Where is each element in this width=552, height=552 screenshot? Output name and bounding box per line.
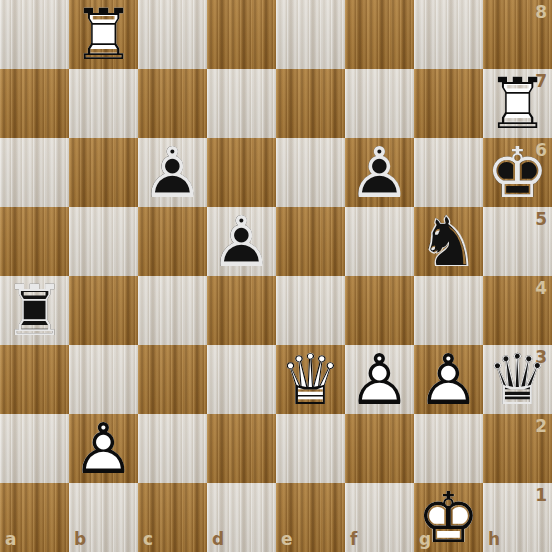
square-e2[interactable] [276,414,345,483]
rank-label: 8 [535,4,547,21]
piece-black-queen[interactable]: ♛♕ [483,345,552,414]
black-knight-outline-icon: ♘ [417,207,480,277]
square-e8[interactable] [276,0,345,69]
square-a4[interactable]: ♜♖ [0,276,69,345]
square-c7[interactable] [138,69,207,138]
rank-label: 4 [535,280,547,297]
piece-white-pawn[interactable]: ♟♙ [414,345,483,414]
square-h1[interactable]: 1h [483,483,552,552]
square-h7[interactable]: 7♜♖ [483,69,552,138]
black-queen-outline-icon: ♕ [486,345,549,415]
square-a1[interactable]: a [0,483,69,552]
square-g7[interactable] [414,69,483,138]
file-label: f [350,531,357,548]
piece-black-rook[interactable]: ♜♖ [0,276,69,345]
square-c6[interactable]: ♟♙ [138,138,207,207]
square-g6[interactable] [414,138,483,207]
square-h5[interactable]: 5 [483,207,552,276]
square-b7[interactable] [69,69,138,138]
black-pawn-icon: ♟ [210,207,273,277]
square-d2[interactable] [207,414,276,483]
square-d3[interactable] [207,345,276,414]
square-h2[interactable]: 2 [483,414,552,483]
piece-black-pawn[interactable]: ♟♙ [138,138,207,207]
black-pawn-outline-icon: ♙ [141,138,204,208]
piece-white-queen[interactable]: ♛♕ [276,345,345,414]
black-pawn-icon: ♟ [348,138,411,208]
square-f3[interactable]: ♟♙ [345,345,414,414]
square-g2[interactable] [414,414,483,483]
piece-white-king[interactable]: ♚♔ [414,483,483,552]
black-rook-outline-icon: ♖ [3,276,66,346]
black-pawn-icon: ♟ [141,138,204,208]
square-b4[interactable] [69,276,138,345]
square-g4[interactable] [414,276,483,345]
square-a2[interactable] [0,414,69,483]
square-e6[interactable] [276,138,345,207]
square-e3[interactable]: ♛♕ [276,345,345,414]
square-g5[interactable]: ♞♘ [414,207,483,276]
white-pawn-outline-icon: ♙ [348,345,411,415]
black-king-icon: ♚ [486,138,549,208]
square-d4[interactable] [207,276,276,345]
file-label: c [143,531,153,548]
square-g8[interactable] [414,0,483,69]
square-c2[interactable] [138,414,207,483]
piece-black-knight[interactable]: ♞♘ [414,207,483,276]
black-pawn-outline-icon: ♙ [210,207,273,277]
square-e5[interactable] [276,207,345,276]
black-rook-icon: ♜ [3,276,66,346]
square-c1[interactable]: c [138,483,207,552]
square-c3[interactable] [138,345,207,414]
piece-white-rook[interactable]: ♜♖ [483,69,552,138]
piece-black-pawn[interactable]: ♟♙ [207,207,276,276]
square-g1[interactable]: g♚♔ [414,483,483,552]
square-f6[interactable]: ♟♙ [345,138,414,207]
square-c8[interactable] [138,0,207,69]
square-b2[interactable]: ♟♙ [69,414,138,483]
piece-white-pawn[interactable]: ♟♙ [345,345,414,414]
square-e7[interactable] [276,69,345,138]
file-label: h [488,531,500,548]
white-king-outline-icon: ♔ [417,483,480,552]
piece-white-rook[interactable]: ♜♖ [69,0,138,69]
square-f5[interactable] [345,207,414,276]
square-a7[interactable] [0,69,69,138]
square-h8[interactable]: 8 [483,0,552,69]
square-b8[interactable]: ♜♖ [69,0,138,69]
black-queen-icon: ♛ [486,345,549,415]
white-pawn-icon: ♟ [417,345,480,415]
square-f1[interactable]: f [345,483,414,552]
square-a5[interactable] [0,207,69,276]
square-b6[interactable] [69,138,138,207]
square-f7[interactable] [345,69,414,138]
square-a8[interactable] [0,0,69,69]
square-c5[interactable] [138,207,207,276]
square-b3[interactable] [69,345,138,414]
square-d7[interactable] [207,69,276,138]
piece-white-pawn[interactable]: ♟♙ [69,414,138,483]
square-h6[interactable]: 6♚♔ [483,138,552,207]
rank-label: 2 [535,418,547,435]
piece-black-pawn[interactable]: ♟♙ [345,138,414,207]
square-e4[interactable] [276,276,345,345]
white-pawn-icon: ♟ [348,345,411,415]
square-h4[interactable]: 4 [483,276,552,345]
file-label: e [281,531,293,548]
square-b1[interactable]: b [69,483,138,552]
square-h3[interactable]: 3♛♕ [483,345,552,414]
square-c4[interactable] [138,276,207,345]
file-label: b [74,531,86,548]
black-knight-icon: ♞ [417,207,480,277]
square-a3[interactable] [0,345,69,414]
square-d5[interactable]: ♟♙ [207,207,276,276]
white-pawn-outline-icon: ♙ [417,345,480,415]
black-pawn-outline-icon: ♙ [348,138,411,208]
piece-black-king[interactable]: ♚♔ [483,138,552,207]
square-f2[interactable] [345,414,414,483]
square-g3[interactable]: ♟♙ [414,345,483,414]
square-d6[interactable] [207,138,276,207]
square-f4[interactable] [345,276,414,345]
square-d1[interactable]: d [207,483,276,552]
black-king-outline-icon: ♔ [486,138,549,208]
square-f8[interactable] [345,0,414,69]
square-b5[interactable] [69,207,138,276]
square-d8[interactable] [207,0,276,69]
white-rook-icon: ♜ [486,69,549,139]
white-rook-icon: ♜ [72,0,135,70]
file-label: a [5,531,16,548]
white-queen-icon: ♛ [279,345,342,415]
white-queen-outline-icon: ♕ [279,345,342,415]
white-rook-outline-icon: ♖ [72,0,135,70]
white-rook-outline-icon: ♖ [486,69,549,139]
white-pawn-icon: ♟ [72,414,135,484]
square-e1[interactable]: e [276,483,345,552]
chess-board: ♜♖87♜♖♟♙♟♙6♚♔♟♙♞♘5♜♖4♛♕♟♙♟♙3♛♕♟♙2abcdefg… [0,0,552,552]
rank-label: 1 [535,487,547,504]
white-pawn-outline-icon: ♙ [72,414,135,484]
white-king-icon: ♚ [417,483,480,552]
file-label: d [212,531,224,548]
rank-label: 5 [535,211,547,228]
square-a6[interactable] [0,138,69,207]
